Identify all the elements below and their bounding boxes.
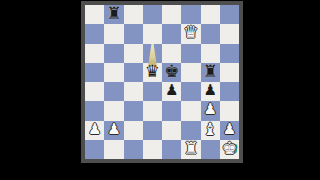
black-king-e5: ♚ xyxy=(164,63,179,80)
square-h4[interactable] xyxy=(220,82,239,101)
white-pawn-h2: ♟ xyxy=(223,122,236,137)
teal-badge-mark xyxy=(229,144,237,154)
square-e4[interactable]: ♟ xyxy=(162,82,181,101)
square-e5[interactable]: ♚ xyxy=(162,63,181,82)
square-h6[interactable] xyxy=(220,44,239,63)
square-g5[interactable]: ♜ xyxy=(201,63,220,82)
square-e1[interactable] xyxy=(162,140,181,159)
square-a8[interactable] xyxy=(85,5,104,24)
square-d3[interactable] xyxy=(143,101,162,120)
black-pawn-e4: ♟ xyxy=(165,83,178,98)
square-f1[interactable]: ♜ xyxy=(181,140,200,159)
square-c5[interactable] xyxy=(124,63,143,82)
square-e8[interactable] xyxy=(162,5,181,24)
square-b8[interactable]: ♜ xyxy=(104,5,123,24)
square-a7[interactable] xyxy=(85,24,104,43)
white-pawn-a2: ♟ xyxy=(88,122,101,137)
square-c4[interactable] xyxy=(124,82,143,101)
square-b6[interactable] xyxy=(104,44,123,63)
square-f8[interactable] xyxy=(181,5,200,24)
square-b5[interactable] xyxy=(104,63,123,82)
square-c6[interactable] xyxy=(124,44,143,63)
white-pawn-b2: ♟ xyxy=(107,122,120,137)
square-f7[interactable]: ♛ xyxy=(181,24,200,43)
black-rook-g5: ♜ xyxy=(203,63,218,80)
square-a2[interactable]: ♟ xyxy=(85,121,104,140)
square-h8[interactable] xyxy=(220,5,239,24)
square-b4[interactable] xyxy=(104,82,123,101)
square-d7[interactable] xyxy=(143,24,162,43)
white-pawn-g3: ♟ xyxy=(203,102,216,117)
square-c3[interactable] xyxy=(124,101,143,120)
square-b3[interactable] xyxy=(104,101,123,120)
square-f3[interactable] xyxy=(181,101,200,120)
square-a6[interactable] xyxy=(85,44,104,63)
black-rook-b8: ♜ xyxy=(106,5,121,22)
square-g1[interactable] xyxy=(201,140,220,159)
square-e6[interactable] xyxy=(162,44,181,63)
square-c8[interactable] xyxy=(124,5,143,24)
thumbnail-stage: ♜♛♛♚♜♟♟♟♟♟♝♟♜♚ xyxy=(0,0,320,180)
square-f5[interactable] xyxy=(181,63,200,82)
chessboard: ♜♛♛♚♜♟♟♟♟♟♝♟♜♚ xyxy=(85,5,239,159)
white-bishop-g2: ♝ xyxy=(203,121,218,138)
square-f2[interactable] xyxy=(181,121,200,140)
square-a4[interactable] xyxy=(85,82,104,101)
square-c1[interactable] xyxy=(124,140,143,159)
square-a5[interactable] xyxy=(85,63,104,82)
square-c7[interactable] xyxy=(124,24,143,43)
square-b7[interactable] xyxy=(104,24,123,43)
square-g4[interactable]: ♟ xyxy=(201,82,220,101)
chessboard-frame: ♜♛♛♚♜♟♟♟♟♟♝♟♜♚ xyxy=(81,1,243,163)
white-queen-f7: ♛ xyxy=(183,24,198,41)
square-g3[interactable]: ♟ xyxy=(201,101,220,120)
black-pawn-g4: ♟ xyxy=(203,83,216,98)
square-g6[interactable] xyxy=(201,44,220,63)
square-g8[interactable] xyxy=(201,5,220,24)
square-h2[interactable]: ♟ xyxy=(220,121,239,140)
square-b1[interactable] xyxy=(104,140,123,159)
square-g7[interactable] xyxy=(201,24,220,43)
square-e3[interactable] xyxy=(162,101,181,120)
square-g2[interactable]: ♝ xyxy=(201,121,220,140)
square-f4[interactable] xyxy=(181,82,200,101)
square-d4[interactable] xyxy=(143,82,162,101)
square-b2[interactable]: ♟ xyxy=(104,121,123,140)
square-d2[interactable] xyxy=(143,121,162,140)
square-e7[interactable] xyxy=(162,24,181,43)
square-f6[interactable] xyxy=(181,44,200,63)
square-a3[interactable] xyxy=(85,101,104,120)
square-h3[interactable] xyxy=(220,101,239,120)
square-d1[interactable] xyxy=(143,140,162,159)
square-h7[interactable] xyxy=(220,24,239,43)
square-c2[interactable] xyxy=(124,121,143,140)
square-a1[interactable] xyxy=(85,140,104,159)
white-rook-f1: ♜ xyxy=(183,140,198,157)
square-d8[interactable] xyxy=(143,5,162,24)
square-h5[interactable] xyxy=(220,63,239,82)
square-e2[interactable] xyxy=(162,121,181,140)
